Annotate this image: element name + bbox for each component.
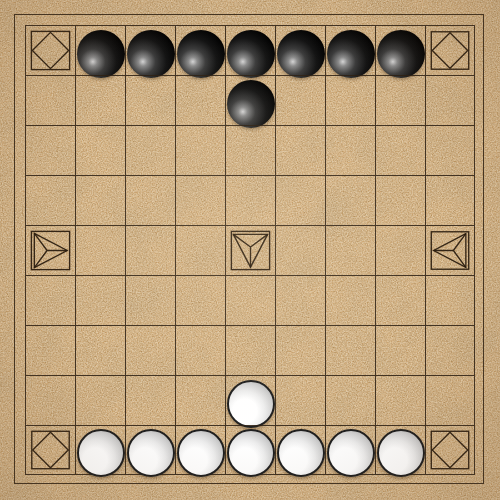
board-cell-i8[interactable]: [425, 75, 475, 125]
white-disc-b1[interactable]: [77, 429, 125, 477]
pyramid-triangle-pointing-right-marking: [26, 226, 75, 275]
white-disc-c1[interactable]: [127, 429, 175, 477]
game-scene: [0, 0, 500, 500]
board-cell-h2[interactable]: [375, 375, 425, 425]
board-cell-f1[interactable]: [275, 425, 325, 475]
board-cell-g8[interactable]: [325, 75, 375, 125]
board-cell-a2[interactable]: [25, 375, 75, 425]
board-cell-i4[interactable]: [425, 275, 475, 325]
board-cell-f3[interactable]: [275, 325, 325, 375]
black-disc-e9[interactable]: [227, 30, 275, 78]
white-disc-g1[interactable]: [327, 429, 375, 477]
board-cell-a6[interactable]: [25, 175, 75, 225]
board-cell-f6[interactable]: [275, 175, 325, 225]
board-cell-b2[interactable]: [75, 375, 125, 425]
board-cell-a8[interactable]: [25, 75, 75, 125]
board-cell-c7[interactable]: [125, 125, 175, 175]
board-cell-f9[interactable]: [275, 25, 325, 75]
board-cell-a7[interactable]: [25, 125, 75, 175]
board-cell-g4[interactable]: [325, 275, 375, 325]
board-cell-d9[interactable]: [175, 25, 225, 75]
board-cell-d8[interactable]: [175, 75, 225, 125]
board-cell-h4[interactable]: [375, 275, 425, 325]
board-cell-c5[interactable]: [125, 225, 175, 275]
board-cell-h1[interactable]: [375, 425, 425, 475]
black-disc-h9[interactable]: [377, 30, 425, 78]
square-with-inscribed-diamond-marking: [426, 26, 474, 75]
board-cell-e8[interactable]: [225, 75, 275, 125]
board-cell-e4[interactable]: [225, 275, 275, 325]
white-disc-f1[interactable]: [277, 429, 325, 477]
board-cell-c8[interactable]: [125, 75, 175, 125]
board-cell-c2[interactable]: [125, 375, 175, 425]
board-cell-h3[interactable]: [375, 325, 425, 375]
board-cell-h7[interactable]: [375, 125, 425, 175]
board-cell-b6[interactable]: [75, 175, 125, 225]
board-cell-d4[interactable]: [175, 275, 225, 325]
game-board: [25, 25, 475, 475]
board-cell-a4[interactable]: [25, 275, 75, 325]
board-cell-i1[interactable]: [425, 425, 475, 475]
board-cell-i2[interactable]: [425, 375, 475, 425]
board-cell-g6[interactable]: [325, 175, 375, 225]
board-cell-e1[interactable]: [225, 425, 275, 475]
board-cell-i9[interactable]: [425, 25, 475, 75]
board-cell-f4[interactable]: [275, 275, 325, 325]
board-cell-i6[interactable]: [425, 175, 475, 225]
board-cell-g9[interactable]: [325, 25, 375, 75]
pyramid-triangle-pointing-left-marking: [426, 226, 474, 275]
board-cell-a1[interactable]: [25, 425, 75, 475]
board-cell-d7[interactable]: [175, 125, 225, 175]
board-cell-g3[interactable]: [325, 325, 375, 375]
board-cell-d1[interactable]: [175, 425, 225, 475]
board-cell-c6[interactable]: [125, 175, 175, 225]
board-cell-e5[interactable]: [225, 225, 275, 275]
board-cell-e6[interactable]: [225, 175, 275, 225]
board-cell-f7[interactable]: [275, 125, 325, 175]
board-cell-g7[interactable]: [325, 125, 375, 175]
board-cell-e3[interactable]: [225, 325, 275, 375]
board-cell-a5[interactable]: [25, 225, 75, 275]
white-disc-d1[interactable]: [177, 429, 225, 477]
white-disc-e2[interactable]: [227, 380, 275, 428]
board-cell-a3[interactable]: [25, 325, 75, 375]
square-with-inscribed-diamond-marking: [26, 26, 75, 75]
board-cell-b1[interactable]: [75, 425, 125, 475]
board-cell-g5[interactable]: [325, 225, 375, 275]
board-cell-f2[interactable]: [275, 375, 325, 425]
board-cell-g1[interactable]: [325, 425, 375, 475]
board-cell-h6[interactable]: [375, 175, 425, 225]
board-cell-a9[interactable]: [25, 25, 75, 75]
black-disc-b9[interactable]: [77, 30, 125, 78]
board-cell-b9[interactable]: [75, 25, 125, 75]
board-cell-i7[interactable]: [425, 125, 475, 175]
board-cell-b4[interactable]: [75, 275, 125, 325]
board-cell-d5[interactable]: [175, 225, 225, 275]
black-disc-f9[interactable]: [277, 30, 325, 78]
board-cell-c9[interactable]: [125, 25, 175, 75]
board-cell-h5[interactable]: [375, 225, 425, 275]
board-cell-b3[interactable]: [75, 325, 125, 375]
black-disc-d9[interactable]: [177, 30, 225, 78]
board-cell-c4[interactable]: [125, 275, 175, 325]
board-cell-e2[interactable]: [225, 375, 275, 425]
board-cell-b8[interactable]: [75, 75, 125, 125]
board-cell-e7[interactable]: [225, 125, 275, 175]
board-cell-d6[interactable]: [175, 175, 225, 225]
board-cell-d3[interactable]: [175, 325, 225, 375]
board-cell-g2[interactable]: [325, 375, 375, 425]
board-cell-h8[interactable]: [375, 75, 425, 125]
board-cell-i3[interactable]: [425, 325, 475, 375]
board-cell-e9[interactable]: [225, 25, 275, 75]
board-cell-h9[interactable]: [375, 25, 425, 75]
black-disc-c9[interactable]: [127, 30, 175, 78]
board-cell-i5[interactable]: [425, 225, 475, 275]
board-cell-f5[interactable]: [275, 225, 325, 275]
white-disc-h1[interactable]: [377, 429, 425, 477]
black-disc-e8[interactable]: [227, 80, 275, 128]
board-cell-c3[interactable]: [125, 325, 175, 375]
square-with-inscribed-diamond-marking: [26, 426, 75, 474]
square-with-inscribed-diamond-marking: [426, 426, 474, 474]
white-disc-e1[interactable]: [227, 429, 275, 477]
board-cell-d2[interactable]: [175, 375, 225, 425]
board-cell-b7[interactable]: [75, 125, 125, 175]
black-disc-g9[interactable]: [327, 30, 375, 78]
board-cell-f8[interactable]: [275, 75, 325, 125]
board-cell-b5[interactable]: [75, 225, 125, 275]
pyramid-triangle-pointing-down-marking: [226, 226, 275, 275]
board-cell-c1[interactable]: [125, 425, 175, 475]
